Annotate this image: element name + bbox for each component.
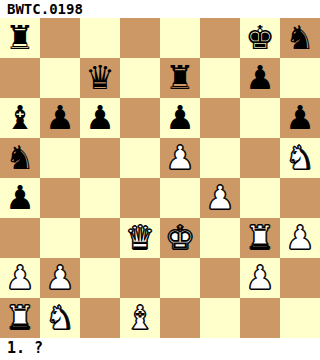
white-knight: ♞ [45,298,75,338]
square-e8[interactable] [160,18,200,58]
white-rook: ♜ [5,298,35,338]
black-pawn: ♟ [45,98,75,138]
square-c7[interactable]: ♛ [80,58,120,98]
square-e6[interactable]: ♟ [160,98,200,138]
square-g8[interactable]: ♚ [240,18,280,58]
square-g2[interactable]: ♟ [240,258,280,298]
square-h5[interactable]: ♞ [280,138,320,178]
square-d3[interactable]: ♛ [120,218,160,258]
black-rook: ♜ [5,18,35,58]
diagram-title: BWTC.0198 [0,0,320,18]
square-g5[interactable] [240,138,280,178]
square-d4[interactable] [120,178,160,218]
square-g3[interactable]: ♜ [240,218,280,258]
square-b8[interactable] [40,18,80,58]
square-c1[interactable] [80,298,120,338]
white-knight: ♞ [285,138,315,178]
square-b5[interactable] [40,138,80,178]
white-pawn: ♟ [285,218,315,258]
square-b3[interactable] [40,218,80,258]
square-d7[interactable] [120,58,160,98]
square-c5[interactable] [80,138,120,178]
square-b2[interactable]: ♟ [40,258,80,298]
square-e2[interactable] [160,258,200,298]
white-queen: ♛ [125,218,155,258]
square-a8[interactable]: ♜ [0,18,40,58]
square-a7[interactable] [0,58,40,98]
square-a6[interactable]: ♝ [0,98,40,138]
square-f7[interactable] [200,58,240,98]
square-h8[interactable]: ♞ [280,18,320,58]
square-e3[interactable]: ♚ [160,218,200,258]
square-e1[interactable] [160,298,200,338]
square-f8[interactable] [200,18,240,58]
square-f3[interactable] [200,218,240,258]
square-b4[interactable] [40,178,80,218]
black-pawn: ♟ [5,178,35,218]
square-d1[interactable]: ♝ [120,298,160,338]
square-c3[interactable] [80,218,120,258]
square-h6[interactable]: ♟ [280,98,320,138]
square-h4[interactable] [280,178,320,218]
black-pawn: ♟ [245,58,275,98]
square-c4[interactable] [80,178,120,218]
move-prompt: 1. ? [0,338,320,360]
white-pawn: ♟ [5,258,35,298]
square-f2[interactable] [200,258,240,298]
square-f6[interactable] [200,98,240,138]
black-pawn: ♟ [165,98,195,138]
square-a3[interactable] [0,218,40,258]
square-h2[interactable] [280,258,320,298]
square-d5[interactable] [120,138,160,178]
square-a4[interactable]: ♟ [0,178,40,218]
square-f4[interactable]: ♟ [200,178,240,218]
black-bishop: ♝ [5,98,35,138]
white-king: ♚ [165,218,195,258]
square-c6[interactable]: ♟ [80,98,120,138]
square-b1[interactable]: ♞ [40,298,80,338]
square-b7[interactable] [40,58,80,98]
square-d2[interactable] [120,258,160,298]
square-g7[interactable]: ♟ [240,58,280,98]
square-a1[interactable]: ♜ [0,298,40,338]
black-rook: ♜ [165,58,195,98]
square-d6[interactable] [120,98,160,138]
white-pawn: ♟ [165,138,195,178]
square-h7[interactable] [280,58,320,98]
square-h1[interactable] [280,298,320,338]
white-bishop: ♝ [125,298,155,338]
square-g6[interactable] [240,98,280,138]
square-d8[interactable] [120,18,160,58]
square-g1[interactable] [240,298,280,338]
chess-board: ♜♚♞♛♜♟♝♟♟♟♟♞♟♞♟♟♛♚♜♟♟♟♟♜♞♝ [0,18,320,338]
square-e4[interactable] [160,178,200,218]
black-knight: ♞ [285,18,315,58]
square-h3[interactable]: ♟ [280,218,320,258]
black-knight: ♞ [5,138,35,178]
square-f1[interactable] [200,298,240,338]
black-queen: ♛ [85,58,115,98]
white-rook: ♜ [245,218,275,258]
square-g4[interactable] [240,178,280,218]
square-c8[interactable] [80,18,120,58]
square-a2[interactable]: ♟ [0,258,40,298]
white-pawn: ♟ [205,178,235,218]
square-f5[interactable] [200,138,240,178]
white-pawn: ♟ [45,258,75,298]
square-e7[interactable]: ♜ [160,58,200,98]
square-c2[interactable] [80,258,120,298]
square-a5[interactable]: ♞ [0,138,40,178]
black-pawn: ♟ [85,98,115,138]
white-pawn: ♟ [245,258,275,298]
black-king: ♚ [245,18,275,58]
square-b6[interactable]: ♟ [40,98,80,138]
square-e5[interactable]: ♟ [160,138,200,178]
black-pawn: ♟ [285,98,315,138]
